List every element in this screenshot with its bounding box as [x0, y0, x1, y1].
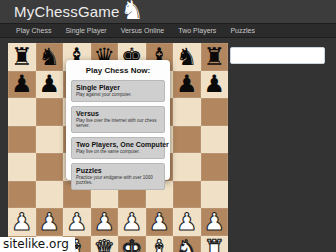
square-d1[interactable]: ♛	[91, 236, 119, 252]
piece-white-pawn: ♟	[66, 210, 88, 234]
option-single-player[interactable]: Single Player Play against your computer…	[71, 80, 165, 102]
square-h7[interactable]: ♟	[201, 71, 229, 99]
piece-white-knight: ♞	[176, 237, 198, 252]
nav-item-two-players[interactable]: Two Players	[178, 27, 216, 34]
piece-white-queen: ♛	[93, 237, 115, 252]
main-nav: Play Chess Single Player Versus Online T…	[0, 23, 336, 38]
square-e1[interactable]: ♚	[118, 236, 146, 252]
piece-white-pawn: ♟	[38, 210, 60, 234]
square-b5[interactable]	[36, 126, 64, 154]
option-puzzles-title: Puzzles	[76, 167, 160, 174]
square-h8[interactable]: ♜	[201, 43, 229, 71]
square-b4[interactable]	[36, 153, 64, 181]
square-h1[interactable]: ♜	[201, 236, 229, 252]
square-h6[interactable]	[201, 98, 229, 126]
square-g1[interactable]: ♞	[173, 236, 201, 252]
piece-black-rook: ♜	[203, 45, 225, 69]
nav-item-versus-online[interactable]: Versus Online	[121, 27, 165, 34]
option-versus-title: Versus	[76, 110, 160, 117]
nav-item-puzzles[interactable]: Puzzles	[230, 27, 255, 34]
piece-black-knight: ♞	[176, 45, 198, 69]
square-g3[interactable]	[173, 181, 201, 209]
piece-black-knight: ♞	[38, 45, 60, 69]
square-g5[interactable]	[173, 126, 201, 154]
square-b6[interactable]	[36, 98, 64, 126]
play-chess-now-dialog: Play Chess Now: Single Player Play again…	[66, 60, 170, 180]
site-logo-text: MyChessGame	[14, 3, 120, 20]
knight-logo-icon: ♞	[121, 0, 144, 23]
square-b8[interactable]: ♞	[36, 43, 64, 71]
option-puzzles[interactable]: Puzzles Practice your endgame with over …	[71, 163, 165, 190]
square-f2[interactable]: ♟	[146, 208, 174, 236]
option-versus-desc: Play live over the internet with our che…	[76, 118, 160, 129]
square-g4[interactable]	[173, 153, 201, 181]
nav-item-play-chess[interactable]: Play Chess	[16, 27, 51, 34]
piece-white-king: ♚	[121, 237, 143, 252]
square-a6[interactable]	[8, 98, 36, 126]
square-f1[interactable]: ♝	[146, 236, 174, 252]
square-g2[interactable]: ♟	[173, 208, 201, 236]
square-g7[interactable]: ♟	[173, 71, 201, 99]
dialog-title: Play Chess Now:	[71, 66, 165, 75]
piece-white-rook: ♜	[203, 237, 225, 252]
piece-white-pawn: ♟	[203, 210, 225, 234]
square-a3[interactable]	[8, 181, 36, 209]
square-h5[interactable]	[201, 126, 229, 154]
option-two-players-title: Two Players, One Computer	[76, 141, 160, 148]
square-a7[interactable]: ♟	[8, 71, 36, 99]
watermark: sitelike.org	[0, 237, 75, 252]
piece-black-pawn: ♟	[11, 72, 33, 96]
site-header: MyChessGame ♞	[0, 0, 336, 23]
square-h3[interactable]	[201, 181, 229, 209]
square-d2[interactable]: ♟	[91, 208, 119, 236]
square-c2[interactable]: ♟	[63, 208, 91, 236]
square-h2[interactable]: ♟	[201, 208, 229, 236]
piece-white-bishop: ♝	[148, 237, 170, 252]
option-two-players-desc: Play live on the same computer.	[76, 149, 160, 155]
square-a8[interactable]: ♜	[8, 43, 36, 71]
option-puzzles-desc: Practice your endgame with over 1000 puz…	[76, 175, 160, 186]
piece-white-pawn: ♟	[93, 210, 115, 234]
option-two-players-one-computer[interactable]: Two Players, One Computer Play live on t…	[71, 137, 165, 159]
piece-white-pawn: ♟	[121, 210, 143, 234]
square-b7[interactable]: ♟	[36, 71, 64, 99]
square-h4[interactable]	[201, 153, 229, 181]
square-a2[interactable]: ♟	[8, 208, 36, 236]
piece-white-pawn: ♟	[148, 210, 170, 234]
square-b2[interactable]: ♟	[36, 208, 64, 236]
square-g8[interactable]: ♞	[173, 43, 201, 71]
piece-white-pawn: ♟	[176, 210, 198, 234]
square-e2[interactable]: ♟	[118, 208, 146, 236]
square-b3[interactable]	[36, 181, 64, 209]
square-g6[interactable]	[173, 98, 201, 126]
option-versus[interactable]: Versus Play live over the internet with …	[71, 106, 165, 133]
piece-white-pawn: ♟	[11, 210, 33, 234]
piece-black-rook: ♜	[11, 45, 33, 69]
piece-black-pawn: ♟	[38, 72, 60, 96]
nav-item-single-player[interactable]: Single Player	[65, 27, 106, 34]
banner-input-box[interactable]	[230, 47, 325, 64]
square-a4[interactable]	[8, 153, 36, 181]
piece-black-pawn: ♟	[176, 72, 198, 96]
option-single-player-title: Single Player	[76, 84, 160, 91]
option-single-player-desc: Play against your computer.	[76, 92, 160, 98]
square-a5[interactable]	[8, 126, 36, 154]
piece-black-pawn: ♟	[203, 72, 225, 96]
